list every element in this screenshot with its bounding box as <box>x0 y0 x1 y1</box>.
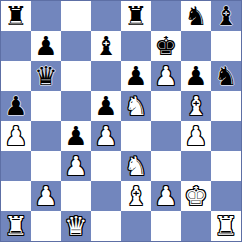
white-knight-piece[interactable]: ♞ <box>124 93 147 119</box>
square-b3[interactable] <box>31 151 61 181</box>
square-d4[interactable]: ♟ <box>91 121 121 151</box>
square-b1[interactable] <box>31 211 61 241</box>
black-pawn-piece[interactable]: ♟ <box>184 63 207 89</box>
square-c1[interactable]: ♛ <box>61 211 91 241</box>
square-b6[interactable]: ♛ <box>31 61 61 91</box>
square-g6[interactable]: ♟ <box>181 61 211 91</box>
square-e2[interactable]: ♝ <box>121 181 151 211</box>
square-g7[interactable] <box>181 31 211 61</box>
square-a4[interactable]: ♟ <box>1 121 31 151</box>
square-g3[interactable] <box>181 151 211 181</box>
white-queen-piece[interactable]: ♛ <box>64 213 87 239</box>
square-c4[interactable]: ♟ <box>61 121 91 151</box>
square-c8[interactable] <box>61 1 91 31</box>
square-f6[interactable]: ♟ <box>151 61 181 91</box>
square-g5[interactable]: ♝ <box>181 91 211 121</box>
square-a1[interactable]: ♜ <box>1 211 31 241</box>
black-knight-piece[interactable]: ♞ <box>184 3 207 29</box>
white-king-piece[interactable]: ♚ <box>184 183 207 209</box>
white-pawn-piece[interactable]: ♟ <box>184 123 207 149</box>
square-f8[interactable] <box>151 1 181 31</box>
square-c7[interactable] <box>61 31 91 61</box>
black-pawn-piece[interactable]: ♟ <box>124 63 147 89</box>
square-a6[interactable] <box>1 61 31 91</box>
square-f1[interactable] <box>151 211 181 241</box>
black-pawn-piece[interactable]: ♟ <box>94 93 117 119</box>
square-d8[interactable] <box>91 1 121 31</box>
white-bishop-piece[interactable]: ♝ <box>184 93 207 119</box>
square-h4[interactable] <box>211 121 241 151</box>
square-e3[interactable]: ♞ <box>121 151 151 181</box>
square-h6[interactable]: ♞ <box>211 61 241 91</box>
square-f5[interactable] <box>151 91 181 121</box>
square-a3[interactable] <box>1 151 31 181</box>
square-a7[interactable] <box>1 31 31 61</box>
square-e4[interactable] <box>121 121 151 151</box>
square-b4[interactable] <box>31 121 61 151</box>
square-h8[interactable]: ♝ <box>211 1 241 31</box>
square-e1[interactable] <box>121 211 151 241</box>
square-c5[interactable] <box>61 91 91 121</box>
black-rook-piece[interactable]: ♜ <box>124 3 147 29</box>
square-a8[interactable]: ♜ <box>1 1 31 31</box>
white-rook-piece[interactable]: ♜ <box>214 213 237 239</box>
square-f3[interactable] <box>151 151 181 181</box>
white-pawn-piece[interactable]: ♟ <box>34 183 57 209</box>
square-d1[interactable] <box>91 211 121 241</box>
square-d7[interactable]: ♝ <box>91 31 121 61</box>
black-bishop-piece[interactable]: ♝ <box>94 33 117 59</box>
black-bishop-piece[interactable]: ♝ <box>214 3 237 29</box>
white-pawn-piece[interactable]: ♟ <box>154 63 177 89</box>
square-g8[interactable]: ♞ <box>181 1 211 31</box>
square-e5[interactable]: ♞ <box>121 91 151 121</box>
square-b5[interactable] <box>31 91 61 121</box>
square-g2[interactable]: ♚ <box>181 181 211 211</box>
square-c6[interactable] <box>61 61 91 91</box>
square-a5[interactable]: ♟ <box>1 91 31 121</box>
square-h5[interactable] <box>211 91 241 121</box>
white-knight-piece[interactable]: ♞ <box>124 153 147 179</box>
square-b2[interactable]: ♟ <box>31 181 61 211</box>
square-d5[interactable]: ♟ <box>91 91 121 121</box>
white-pawn-piece[interactable]: ♟ <box>94 123 117 149</box>
square-h3[interactable] <box>211 151 241 181</box>
black-queen-piece[interactable]: ♛ <box>34 63 57 89</box>
black-pawn-piece[interactable]: ♟ <box>34 33 57 59</box>
black-king-piece[interactable]: ♚ <box>154 33 177 59</box>
square-f7[interactable]: ♚ <box>151 31 181 61</box>
black-pawn-piece[interactable]: ♟ <box>4 93 27 119</box>
square-c2[interactable] <box>61 181 91 211</box>
square-d2[interactable] <box>91 181 121 211</box>
white-rook-piece[interactable]: ♜ <box>4 213 27 239</box>
square-b8[interactable] <box>31 1 61 31</box>
square-a2[interactable] <box>1 181 31 211</box>
black-pawn-piece[interactable]: ♟ <box>64 123 87 149</box>
white-pawn-piece[interactable]: ♟ <box>154 183 177 209</box>
square-f4[interactable] <box>151 121 181 151</box>
square-f2[interactable]: ♟ <box>151 181 181 211</box>
white-pawn-piece[interactable]: ♟ <box>64 153 87 179</box>
square-e6[interactable]: ♟ <box>121 61 151 91</box>
black-rook-piece[interactable]: ♜ <box>4 3 27 29</box>
square-g4[interactable]: ♟ <box>181 121 211 151</box>
white-pawn-piece[interactable]: ♟ <box>4 123 27 149</box>
square-g1[interactable] <box>181 211 211 241</box>
chess-board: ♜♜♞♝♟♝♚♛♟♟♟♞♟♟♞♝♟♟♟♟♟♞♟♝♟♚♜♛♜ <box>0 0 242 242</box>
square-c3[interactable]: ♟ <box>61 151 91 181</box>
square-h2[interactable] <box>211 181 241 211</box>
square-b7[interactable]: ♟ <box>31 31 61 61</box>
square-d6[interactable] <box>91 61 121 91</box>
square-h7[interactable] <box>211 31 241 61</box>
black-knight-piece[interactable]: ♞ <box>214 63 237 89</box>
square-d3[interactable] <box>91 151 121 181</box>
square-e8[interactable]: ♜ <box>121 1 151 31</box>
square-e7[interactable] <box>121 31 151 61</box>
white-bishop-piece[interactable]: ♝ <box>124 183 147 209</box>
square-h1[interactable]: ♜ <box>211 211 241 241</box>
